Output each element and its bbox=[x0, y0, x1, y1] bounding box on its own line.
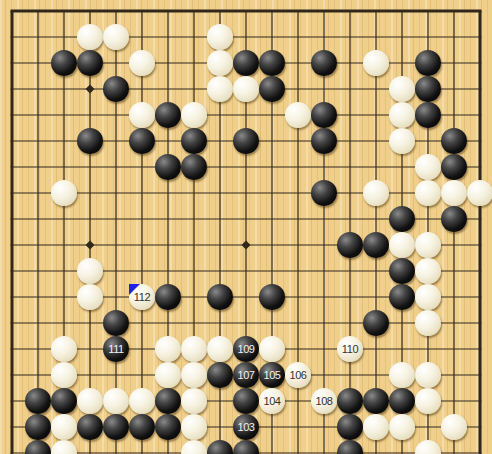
intersection[interactable] bbox=[311, 336, 337, 362]
intersection[interactable] bbox=[285, 440, 311, 454]
intersection[interactable] bbox=[389, 258, 415, 284]
intersection[interactable] bbox=[467, 336, 492, 362]
intersection[interactable] bbox=[233, 206, 259, 232]
intersection[interactable] bbox=[363, 154, 389, 180]
intersection[interactable] bbox=[207, 388, 233, 414]
intersection[interactable] bbox=[441, 128, 467, 154]
intersection[interactable] bbox=[155, 76, 181, 102]
intersection[interactable] bbox=[207, 24, 233, 50]
intersection[interactable] bbox=[77, 232, 103, 258]
intersection[interactable] bbox=[51, 388, 77, 414]
intersection[interactable] bbox=[285, 76, 311, 102]
intersection[interactable] bbox=[415, 0, 441, 24]
intersection[interactable] bbox=[337, 388, 363, 414]
intersection[interactable] bbox=[441, 336, 467, 362]
intersection[interactable] bbox=[285, 128, 311, 154]
intersection[interactable] bbox=[233, 388, 259, 414]
intersection[interactable] bbox=[285, 232, 311, 258]
intersection[interactable] bbox=[207, 76, 233, 102]
intersection[interactable] bbox=[441, 258, 467, 284]
intersection[interactable] bbox=[0, 154, 25, 180]
intersection[interactable] bbox=[103, 24, 129, 50]
intersection[interactable] bbox=[129, 310, 155, 336]
intersection[interactable] bbox=[103, 388, 129, 414]
intersection[interactable] bbox=[25, 206, 51, 232]
intersection[interactable] bbox=[181, 128, 207, 154]
intersection[interactable]: 103 bbox=[233, 414, 259, 440]
intersection[interactable] bbox=[311, 50, 337, 76]
intersection[interactable] bbox=[441, 24, 467, 50]
intersection[interactable] bbox=[259, 284, 285, 310]
intersection[interactable] bbox=[25, 388, 51, 414]
intersection[interactable] bbox=[155, 128, 181, 154]
intersection[interactable] bbox=[467, 232, 492, 258]
intersection[interactable] bbox=[467, 258, 492, 284]
intersection[interactable] bbox=[259, 232, 285, 258]
intersection[interactable] bbox=[337, 284, 363, 310]
intersection[interactable] bbox=[51, 232, 77, 258]
intersection[interactable] bbox=[129, 362, 155, 388]
intersection[interactable] bbox=[415, 24, 441, 50]
intersection[interactable] bbox=[207, 414, 233, 440]
intersection[interactable] bbox=[103, 50, 129, 76]
intersection[interactable] bbox=[389, 180, 415, 206]
intersection[interactable] bbox=[77, 258, 103, 284]
intersection[interactable] bbox=[155, 180, 181, 206]
intersection[interactable] bbox=[363, 232, 389, 258]
intersection[interactable] bbox=[129, 440, 155, 454]
intersection[interactable] bbox=[0, 310, 25, 336]
intersection[interactable] bbox=[129, 102, 155, 128]
intersection[interactable] bbox=[25, 102, 51, 128]
intersection[interactable] bbox=[155, 336, 181, 362]
intersection[interactable] bbox=[51, 154, 77, 180]
intersection[interactable] bbox=[207, 440, 233, 454]
intersection[interactable] bbox=[285, 336, 311, 362]
intersection[interactable] bbox=[311, 180, 337, 206]
intersection[interactable] bbox=[415, 310, 441, 336]
intersection[interactable] bbox=[207, 0, 233, 24]
intersection[interactable] bbox=[467, 206, 492, 232]
intersection[interactable] bbox=[363, 440, 389, 454]
intersection[interactable] bbox=[77, 50, 103, 76]
intersection[interactable] bbox=[337, 414, 363, 440]
intersection[interactable] bbox=[129, 128, 155, 154]
intersection[interactable] bbox=[389, 154, 415, 180]
intersection[interactable] bbox=[259, 180, 285, 206]
intersection[interactable] bbox=[285, 102, 311, 128]
intersection[interactable] bbox=[25, 284, 51, 310]
intersection[interactable] bbox=[181, 24, 207, 50]
intersection[interactable] bbox=[129, 24, 155, 50]
intersection[interactable] bbox=[259, 206, 285, 232]
intersection[interactable] bbox=[441, 0, 467, 24]
intersection[interactable] bbox=[77, 414, 103, 440]
intersection[interactable] bbox=[25, 310, 51, 336]
intersection[interactable]: 105 bbox=[259, 362, 285, 388]
intersection[interactable] bbox=[415, 414, 441, 440]
intersection[interactable] bbox=[467, 24, 492, 50]
intersection[interactable] bbox=[389, 76, 415, 102]
intersection[interactable] bbox=[51, 440, 77, 454]
intersection[interactable] bbox=[363, 310, 389, 336]
intersection[interactable] bbox=[181, 388, 207, 414]
intersection[interactable] bbox=[181, 206, 207, 232]
intersection[interactable] bbox=[467, 414, 492, 440]
intersection[interactable] bbox=[467, 154, 492, 180]
intersection[interactable] bbox=[311, 24, 337, 50]
intersection[interactable] bbox=[311, 76, 337, 102]
intersection[interactable] bbox=[285, 310, 311, 336]
intersection[interactable] bbox=[363, 102, 389, 128]
intersection[interactable] bbox=[441, 388, 467, 414]
intersection[interactable] bbox=[389, 414, 415, 440]
intersection[interactable] bbox=[311, 414, 337, 440]
intersection[interactable] bbox=[285, 258, 311, 284]
intersection[interactable] bbox=[77, 440, 103, 454]
intersection[interactable] bbox=[311, 362, 337, 388]
intersection[interactable] bbox=[285, 180, 311, 206]
intersection[interactable] bbox=[103, 232, 129, 258]
intersection[interactable] bbox=[233, 102, 259, 128]
intersection[interactable] bbox=[181, 258, 207, 284]
intersection[interactable] bbox=[77, 206, 103, 232]
intersection[interactable] bbox=[207, 206, 233, 232]
intersection[interactable] bbox=[311, 284, 337, 310]
intersection[interactable] bbox=[207, 180, 233, 206]
intersection[interactable] bbox=[77, 310, 103, 336]
intersection[interactable] bbox=[337, 154, 363, 180]
intersection[interactable] bbox=[259, 102, 285, 128]
intersection[interactable] bbox=[207, 258, 233, 284]
intersection[interactable] bbox=[155, 388, 181, 414]
intersection[interactable] bbox=[285, 388, 311, 414]
intersection[interactable] bbox=[259, 154, 285, 180]
intersection[interactable] bbox=[77, 76, 103, 102]
intersection[interactable] bbox=[51, 310, 77, 336]
intersection[interactable] bbox=[441, 284, 467, 310]
intersection[interactable] bbox=[337, 102, 363, 128]
intersection[interactable] bbox=[233, 76, 259, 102]
intersection[interactable] bbox=[389, 102, 415, 128]
intersection[interactable] bbox=[337, 180, 363, 206]
intersection[interactable] bbox=[363, 258, 389, 284]
intersection[interactable] bbox=[103, 128, 129, 154]
intersection[interactable] bbox=[233, 180, 259, 206]
intersection[interactable] bbox=[181, 440, 207, 454]
intersection[interactable] bbox=[233, 128, 259, 154]
intersection[interactable] bbox=[0, 414, 25, 440]
intersection[interactable] bbox=[441, 440, 467, 454]
intersection[interactable] bbox=[77, 154, 103, 180]
intersection[interactable] bbox=[337, 258, 363, 284]
intersection[interactable] bbox=[363, 50, 389, 76]
intersection[interactable] bbox=[155, 258, 181, 284]
intersection[interactable] bbox=[363, 336, 389, 362]
intersection[interactable] bbox=[441, 76, 467, 102]
intersection[interactable] bbox=[0, 128, 25, 154]
intersection[interactable] bbox=[363, 76, 389, 102]
intersection[interactable] bbox=[259, 258, 285, 284]
intersection[interactable] bbox=[0, 388, 25, 414]
intersection[interactable] bbox=[337, 310, 363, 336]
intersection[interactable] bbox=[129, 154, 155, 180]
intersection[interactable] bbox=[337, 440, 363, 454]
intersection[interactable] bbox=[389, 50, 415, 76]
intersection[interactable] bbox=[51, 414, 77, 440]
intersection[interactable] bbox=[285, 154, 311, 180]
intersection[interactable] bbox=[207, 128, 233, 154]
intersection[interactable] bbox=[25, 76, 51, 102]
intersection[interactable] bbox=[103, 362, 129, 388]
intersection[interactable] bbox=[155, 154, 181, 180]
intersection[interactable] bbox=[337, 362, 363, 388]
intersection[interactable] bbox=[25, 440, 51, 454]
intersection[interactable] bbox=[129, 258, 155, 284]
intersection[interactable] bbox=[441, 362, 467, 388]
intersection[interactable] bbox=[77, 24, 103, 50]
intersection[interactable] bbox=[155, 440, 181, 454]
intersection[interactable] bbox=[441, 206, 467, 232]
intersection[interactable] bbox=[363, 0, 389, 24]
intersection[interactable] bbox=[77, 362, 103, 388]
intersection[interactable] bbox=[337, 0, 363, 24]
intersection[interactable] bbox=[259, 336, 285, 362]
intersection[interactable]: 104 bbox=[259, 388, 285, 414]
intersection[interactable] bbox=[363, 206, 389, 232]
intersection[interactable] bbox=[129, 336, 155, 362]
intersection[interactable] bbox=[233, 440, 259, 454]
intersection[interactable] bbox=[415, 232, 441, 258]
intersection[interactable] bbox=[259, 128, 285, 154]
intersection[interactable] bbox=[181, 0, 207, 24]
intersection[interactable] bbox=[467, 362, 492, 388]
intersection[interactable] bbox=[233, 310, 259, 336]
intersection[interactable] bbox=[441, 310, 467, 336]
intersection[interactable] bbox=[389, 310, 415, 336]
intersection[interactable] bbox=[181, 336, 207, 362]
intersection[interactable] bbox=[207, 284, 233, 310]
intersection[interactable] bbox=[363, 128, 389, 154]
intersection[interactable] bbox=[103, 414, 129, 440]
intersection[interactable] bbox=[25, 232, 51, 258]
intersection[interactable] bbox=[311, 440, 337, 454]
intersection[interactable] bbox=[103, 180, 129, 206]
intersection[interactable] bbox=[441, 232, 467, 258]
intersection[interactable] bbox=[415, 284, 441, 310]
intersection[interactable] bbox=[363, 24, 389, 50]
intersection[interactable]: 112 bbox=[129, 284, 155, 310]
intersection[interactable] bbox=[389, 440, 415, 454]
intersection[interactable] bbox=[363, 362, 389, 388]
intersection[interactable] bbox=[129, 414, 155, 440]
intersection[interactable] bbox=[285, 284, 311, 310]
intersection[interactable] bbox=[77, 128, 103, 154]
intersection[interactable] bbox=[415, 388, 441, 414]
intersection[interactable] bbox=[259, 440, 285, 454]
intersection[interactable] bbox=[311, 206, 337, 232]
intersection[interactable] bbox=[103, 284, 129, 310]
intersection[interactable] bbox=[25, 362, 51, 388]
intersection[interactable] bbox=[77, 388, 103, 414]
intersection[interactable] bbox=[311, 154, 337, 180]
intersection[interactable] bbox=[77, 0, 103, 24]
intersection[interactable] bbox=[467, 128, 492, 154]
intersection[interactable] bbox=[51, 336, 77, 362]
intersection[interactable] bbox=[415, 440, 441, 454]
intersection[interactable] bbox=[363, 388, 389, 414]
intersection[interactable] bbox=[337, 232, 363, 258]
intersection[interactable] bbox=[311, 258, 337, 284]
intersection[interactable] bbox=[389, 362, 415, 388]
intersection[interactable] bbox=[207, 154, 233, 180]
intersection[interactable] bbox=[51, 50, 77, 76]
intersection[interactable] bbox=[0, 102, 25, 128]
intersection[interactable] bbox=[233, 0, 259, 24]
intersection[interactable] bbox=[155, 24, 181, 50]
intersection[interactable] bbox=[337, 206, 363, 232]
intersection[interactable] bbox=[363, 180, 389, 206]
intersection[interactable] bbox=[155, 102, 181, 128]
intersection[interactable] bbox=[285, 206, 311, 232]
intersection[interactable] bbox=[181, 232, 207, 258]
intersection[interactable] bbox=[51, 206, 77, 232]
intersection[interactable] bbox=[25, 414, 51, 440]
intersection[interactable] bbox=[181, 284, 207, 310]
intersection[interactable]: 110 bbox=[337, 336, 363, 362]
intersection[interactable] bbox=[181, 362, 207, 388]
intersection[interactable] bbox=[0, 258, 25, 284]
intersection[interactable] bbox=[181, 102, 207, 128]
intersection[interactable] bbox=[337, 50, 363, 76]
intersection[interactable] bbox=[103, 0, 129, 24]
intersection[interactable] bbox=[155, 232, 181, 258]
intersection[interactable] bbox=[129, 180, 155, 206]
intersection[interactable] bbox=[259, 24, 285, 50]
intersection[interactable] bbox=[25, 0, 51, 24]
intersection[interactable] bbox=[207, 232, 233, 258]
intersection[interactable] bbox=[415, 76, 441, 102]
intersection[interactable] bbox=[415, 154, 441, 180]
intersection[interactable] bbox=[467, 388, 492, 414]
intersection[interactable] bbox=[259, 76, 285, 102]
intersection[interactable] bbox=[259, 310, 285, 336]
intersection[interactable] bbox=[389, 0, 415, 24]
intersection[interactable] bbox=[0, 232, 25, 258]
intersection[interactable] bbox=[311, 310, 337, 336]
intersection[interactable] bbox=[0, 206, 25, 232]
intersection[interactable]: 106 bbox=[285, 362, 311, 388]
intersection[interactable] bbox=[25, 180, 51, 206]
intersection[interactable] bbox=[25, 128, 51, 154]
intersection[interactable] bbox=[155, 0, 181, 24]
intersection[interactable] bbox=[103, 76, 129, 102]
intersection[interactable] bbox=[389, 232, 415, 258]
intersection[interactable]: 108 bbox=[311, 388, 337, 414]
intersection[interactable] bbox=[207, 336, 233, 362]
intersection[interactable] bbox=[0, 180, 25, 206]
intersection[interactable] bbox=[415, 336, 441, 362]
intersection[interactable] bbox=[51, 76, 77, 102]
intersection[interactable]: 111 bbox=[103, 336, 129, 362]
intersection[interactable] bbox=[415, 102, 441, 128]
intersection[interactable] bbox=[129, 50, 155, 76]
intersection[interactable] bbox=[0, 0, 25, 24]
intersection[interactable] bbox=[155, 414, 181, 440]
intersection[interactable] bbox=[103, 258, 129, 284]
intersection[interactable] bbox=[337, 24, 363, 50]
intersection[interactable] bbox=[389, 336, 415, 362]
intersection[interactable] bbox=[25, 258, 51, 284]
intersection[interactable] bbox=[441, 50, 467, 76]
intersection[interactable] bbox=[207, 362, 233, 388]
intersection[interactable] bbox=[103, 440, 129, 454]
intersection[interactable] bbox=[25, 336, 51, 362]
intersection[interactable] bbox=[51, 362, 77, 388]
intersection[interactable] bbox=[77, 336, 103, 362]
intersection[interactable] bbox=[441, 102, 467, 128]
intersection[interactable] bbox=[155, 362, 181, 388]
intersection[interactable] bbox=[285, 50, 311, 76]
intersection[interactable] bbox=[233, 24, 259, 50]
intersection[interactable] bbox=[441, 154, 467, 180]
intersection[interactable] bbox=[25, 24, 51, 50]
intersection[interactable] bbox=[259, 50, 285, 76]
intersection[interactable] bbox=[415, 50, 441, 76]
intersection[interactable] bbox=[155, 284, 181, 310]
intersection[interactable] bbox=[51, 102, 77, 128]
intersection[interactable] bbox=[181, 414, 207, 440]
intersection[interactable] bbox=[129, 232, 155, 258]
intersection[interactable] bbox=[389, 206, 415, 232]
intersection[interactable] bbox=[129, 0, 155, 24]
intersection[interactable] bbox=[129, 388, 155, 414]
intersection[interactable] bbox=[415, 362, 441, 388]
intersection[interactable]: 109 bbox=[233, 336, 259, 362]
intersection[interactable] bbox=[181, 154, 207, 180]
intersection[interactable] bbox=[181, 76, 207, 102]
intersection[interactable] bbox=[103, 206, 129, 232]
intersection[interactable] bbox=[0, 362, 25, 388]
intersection[interactable] bbox=[25, 50, 51, 76]
intersection[interactable] bbox=[259, 0, 285, 24]
intersection[interactable] bbox=[415, 180, 441, 206]
intersection[interactable] bbox=[51, 128, 77, 154]
intersection[interactable] bbox=[311, 232, 337, 258]
intersection[interactable] bbox=[389, 388, 415, 414]
intersection[interactable] bbox=[285, 24, 311, 50]
intersection[interactable] bbox=[311, 0, 337, 24]
intersection[interactable] bbox=[467, 50, 492, 76]
intersection[interactable] bbox=[155, 310, 181, 336]
intersection[interactable] bbox=[51, 258, 77, 284]
intersection[interactable]: 107 bbox=[233, 362, 259, 388]
intersection[interactable] bbox=[0, 336, 25, 362]
intersection[interactable] bbox=[155, 50, 181, 76]
intersection[interactable] bbox=[233, 232, 259, 258]
intersection[interactable] bbox=[363, 414, 389, 440]
intersection[interactable] bbox=[233, 50, 259, 76]
intersection[interactable] bbox=[51, 180, 77, 206]
intersection[interactable] bbox=[0, 50, 25, 76]
intersection[interactable] bbox=[233, 154, 259, 180]
intersection[interactable] bbox=[25, 154, 51, 180]
intersection[interactable] bbox=[51, 0, 77, 24]
intersection[interactable] bbox=[285, 414, 311, 440]
intersection[interactable] bbox=[363, 284, 389, 310]
intersection[interactable] bbox=[0, 284, 25, 310]
intersection[interactable] bbox=[77, 284, 103, 310]
